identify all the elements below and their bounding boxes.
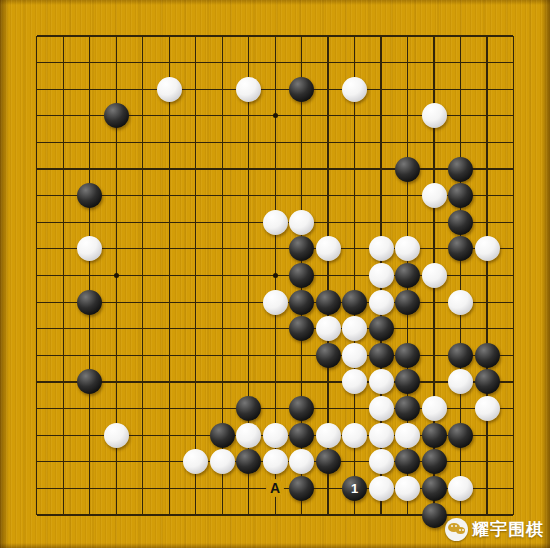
white-stone — [448, 290, 473, 315]
white-stone — [369, 476, 394, 501]
black-stone — [369, 316, 394, 341]
white-stone — [369, 449, 394, 474]
white-stone — [422, 103, 447, 128]
black-stone — [316, 343, 341, 368]
white-stone — [369, 290, 394, 315]
black-stone — [236, 449, 261, 474]
black-stone — [289, 263, 314, 288]
black-stone — [448, 183, 473, 208]
black-stone — [395, 157, 420, 182]
white-stone — [369, 236, 394, 261]
black-stone — [104, 103, 129, 128]
black-stone — [77, 183, 102, 208]
white-stone — [263, 290, 288, 315]
white-stone — [104, 423, 129, 448]
black-stone — [289, 476, 314, 501]
white-stone — [263, 449, 288, 474]
black-stone — [422, 423, 447, 448]
move-number-label: 1 — [342, 476, 367, 501]
go-board-diagram: 1A 耀宇围棋 — [0, 0, 550, 548]
white-stone — [422, 183, 447, 208]
watermark: 耀宇围棋 — [445, 518, 544, 541]
black-stone — [448, 343, 473, 368]
black-stone — [210, 423, 235, 448]
white-stone — [157, 77, 182, 102]
white-stone — [342, 369, 367, 394]
white-stone — [210, 449, 235, 474]
white-stone — [369, 263, 394, 288]
black-stone — [77, 369, 102, 394]
black-stone — [448, 423, 473, 448]
white-stone — [342, 343, 367, 368]
white-stone — [342, 423, 367, 448]
white-stone — [395, 476, 420, 501]
black-stone — [448, 157, 473, 182]
white-stone — [316, 236, 341, 261]
black-stone — [422, 503, 447, 528]
white-stone — [395, 236, 420, 261]
white-stone — [289, 210, 314, 235]
white-stone — [316, 423, 341, 448]
black-stone — [475, 343, 500, 368]
star-point — [273, 273, 278, 278]
white-stone — [395, 423, 420, 448]
black-stone — [395, 343, 420, 368]
black-stone — [289, 236, 314, 261]
black-stone — [422, 449, 447, 474]
black-stone — [395, 290, 420, 315]
black-stone — [289, 396, 314, 421]
white-stone — [369, 369, 394, 394]
white-stone — [236, 77, 261, 102]
white-stone — [475, 396, 500, 421]
star-point — [114, 273, 119, 278]
black-stone — [289, 77, 314, 102]
black-stone — [369, 343, 394, 368]
star-point — [273, 113, 278, 118]
black-stone — [289, 290, 314, 315]
white-stone — [289, 449, 314, 474]
white-stone — [342, 77, 367, 102]
white-stone — [342, 316, 367, 341]
wechat-icon — [445, 518, 468, 541]
black-stone — [289, 316, 314, 341]
white-stone — [422, 396, 447, 421]
white-stone — [263, 423, 288, 448]
black-stone — [395, 263, 420, 288]
white-stone — [448, 476, 473, 501]
black-stone — [77, 290, 102, 315]
white-stone — [183, 449, 208, 474]
black-stone — [475, 369, 500, 394]
white-stone — [475, 236, 500, 261]
white-stone — [448, 369, 473, 394]
black-stone — [422, 476, 447, 501]
letter-label: A — [266, 479, 284, 497]
white-stone — [369, 423, 394, 448]
white-stone — [369, 396, 394, 421]
white-stone — [236, 423, 261, 448]
black-stone — [342, 290, 367, 315]
white-stone — [422, 263, 447, 288]
white-stone — [77, 236, 102, 261]
black-stone — [316, 290, 341, 315]
watermark-text: 耀宇围棋 — [472, 518, 544, 541]
black-stone — [395, 449, 420, 474]
black-stone — [448, 236, 473, 261]
black-stone — [316, 449, 341, 474]
black-stone — [448, 210, 473, 235]
black-stone — [289, 423, 314, 448]
black-stone — [236, 396, 261, 421]
white-stone — [263, 210, 288, 235]
black-stone — [395, 396, 420, 421]
black-stone — [395, 369, 420, 394]
white-stone — [316, 316, 341, 341]
